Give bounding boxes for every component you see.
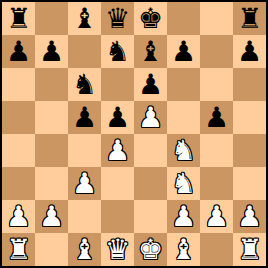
piece-black-knight[interactable]: ♞	[72, 71, 97, 99]
square-e2[interactable]	[134, 200, 167, 233]
piece-black-pawn[interactable]: ♟	[72, 104, 97, 132]
piece-white-pawn[interactable]: ♟	[105, 137, 130, 165]
square-h6[interactable]	[233, 68, 266, 101]
square-f4[interactable]: ♞	[167, 134, 200, 167]
square-e3[interactable]	[134, 167, 167, 200]
square-a7[interactable]: ♟	[2, 35, 35, 68]
square-a2[interactable]: ♟	[2, 200, 35, 233]
piece-black-pawn[interactable]: ♟	[204, 104, 229, 132]
square-h7[interactable]: ♟	[233, 35, 266, 68]
square-c7[interactable]	[68, 35, 101, 68]
square-d8[interactable]: ♛	[101, 2, 134, 35]
piece-white-knight[interactable]: ♞	[171, 137, 196, 165]
chess-board: ♜♝♛♚♜♟♟♞♝♟♟♞♟♟♟♟♟♟♞♟♞♟♟♟♟♟♜♝♛♚♝♜	[0, 0, 268, 268]
piece-white-pawn[interactable]: ♟	[204, 203, 229, 231]
piece-white-knight[interactable]: ♞	[171, 170, 196, 198]
piece-white-bishop[interactable]: ♝	[72, 236, 97, 264]
square-d1[interactable]: ♛	[101, 233, 134, 266]
square-h5[interactable]	[233, 101, 266, 134]
square-c2[interactable]	[68, 200, 101, 233]
square-f3[interactable]: ♞	[167, 167, 200, 200]
square-d7[interactable]: ♞	[101, 35, 134, 68]
square-h8[interactable]: ♜	[233, 2, 266, 35]
square-d3[interactable]	[101, 167, 134, 200]
square-h1[interactable]: ♜	[233, 233, 266, 266]
square-d5[interactable]: ♟	[101, 101, 134, 134]
square-g4[interactable]	[200, 134, 233, 167]
piece-black-pawn[interactable]: ♟	[6, 38, 31, 66]
square-a3[interactable]	[2, 167, 35, 200]
piece-white-rook[interactable]: ♜	[237, 236, 262, 264]
square-a6[interactable]	[2, 68, 35, 101]
piece-black-pawn[interactable]: ♟	[171, 38, 196, 66]
piece-white-pawn[interactable]: ♟	[237, 203, 262, 231]
square-e8[interactable]: ♚	[134, 2, 167, 35]
square-b5[interactable]	[35, 101, 68, 134]
square-e6[interactable]: ♟	[134, 68, 167, 101]
square-c6[interactable]: ♞	[68, 68, 101, 101]
square-a8[interactable]: ♜	[2, 2, 35, 35]
piece-white-queen[interactable]: ♛	[105, 236, 130, 264]
square-f1[interactable]: ♝	[167, 233, 200, 266]
square-f6[interactable]	[167, 68, 200, 101]
square-e5[interactable]: ♟	[134, 101, 167, 134]
square-c8[interactable]: ♝	[68, 2, 101, 35]
square-a4[interactable]	[2, 134, 35, 167]
piece-white-pawn[interactable]: ♟	[171, 203, 196, 231]
square-b1[interactable]	[35, 233, 68, 266]
square-f5[interactable]	[167, 101, 200, 134]
piece-black-pawn[interactable]: ♟	[39, 38, 64, 66]
square-a5[interactable]	[2, 101, 35, 134]
square-g8[interactable]	[200, 2, 233, 35]
square-e4[interactable]	[134, 134, 167, 167]
piece-black-queen[interactable]: ♛	[105, 5, 130, 33]
piece-white-pawn[interactable]: ♟	[72, 170, 97, 198]
square-g6[interactable]	[200, 68, 233, 101]
square-h2[interactable]: ♟	[233, 200, 266, 233]
piece-black-bishop[interactable]: ♝	[138, 38, 163, 66]
square-b3[interactable]	[35, 167, 68, 200]
square-a1[interactable]: ♜	[2, 233, 35, 266]
square-d4[interactable]: ♟	[101, 134, 134, 167]
square-g7[interactable]	[200, 35, 233, 68]
piece-white-king[interactable]: ♚	[138, 236, 163, 264]
square-h4[interactable]	[233, 134, 266, 167]
piece-white-pawn[interactable]: ♟	[6, 203, 31, 231]
square-c3[interactable]: ♟	[68, 167, 101, 200]
piece-white-pawn[interactable]: ♟	[138, 104, 163, 132]
piece-white-bishop[interactable]: ♝	[171, 236, 196, 264]
square-c4[interactable]	[68, 134, 101, 167]
square-e1[interactable]: ♚	[134, 233, 167, 266]
square-g1[interactable]	[200, 233, 233, 266]
square-e7[interactable]: ♝	[134, 35, 167, 68]
square-c5[interactable]: ♟	[68, 101, 101, 134]
piece-black-pawn[interactable]: ♟	[237, 38, 262, 66]
square-f8[interactable]	[167, 2, 200, 35]
piece-white-pawn[interactable]: ♟	[39, 203, 64, 231]
square-g2[interactable]: ♟	[200, 200, 233, 233]
square-d2[interactable]	[101, 200, 134, 233]
piece-black-rook[interactable]: ♜	[6, 5, 31, 33]
piece-black-pawn[interactable]: ♟	[105, 104, 130, 132]
square-b2[interactable]: ♟	[35, 200, 68, 233]
piece-white-rook[interactable]: ♜	[6, 236, 31, 264]
piece-black-bishop[interactable]: ♝	[72, 5, 97, 33]
piece-black-king[interactable]: ♚	[138, 5, 163, 33]
piece-black-rook[interactable]: ♜	[237, 5, 262, 33]
square-b6[interactable]	[35, 68, 68, 101]
piece-black-pawn[interactable]: ♟	[138, 71, 163, 99]
square-d6[interactable]	[101, 68, 134, 101]
square-g5[interactable]: ♟	[200, 101, 233, 134]
square-b8[interactable]	[35, 2, 68, 35]
square-f7[interactable]: ♟	[167, 35, 200, 68]
square-c1[interactable]: ♝	[68, 233, 101, 266]
square-g3[interactable]	[200, 167, 233, 200]
square-b4[interactable]	[35, 134, 68, 167]
square-f2[interactable]: ♟	[167, 200, 200, 233]
square-h3[interactable]	[233, 167, 266, 200]
piece-black-knight[interactable]: ♞	[105, 38, 130, 66]
square-b7[interactable]: ♟	[35, 35, 68, 68]
